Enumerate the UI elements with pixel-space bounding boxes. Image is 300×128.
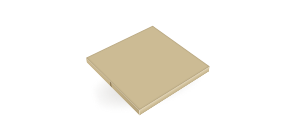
product-photo	[0, 0, 300, 128]
